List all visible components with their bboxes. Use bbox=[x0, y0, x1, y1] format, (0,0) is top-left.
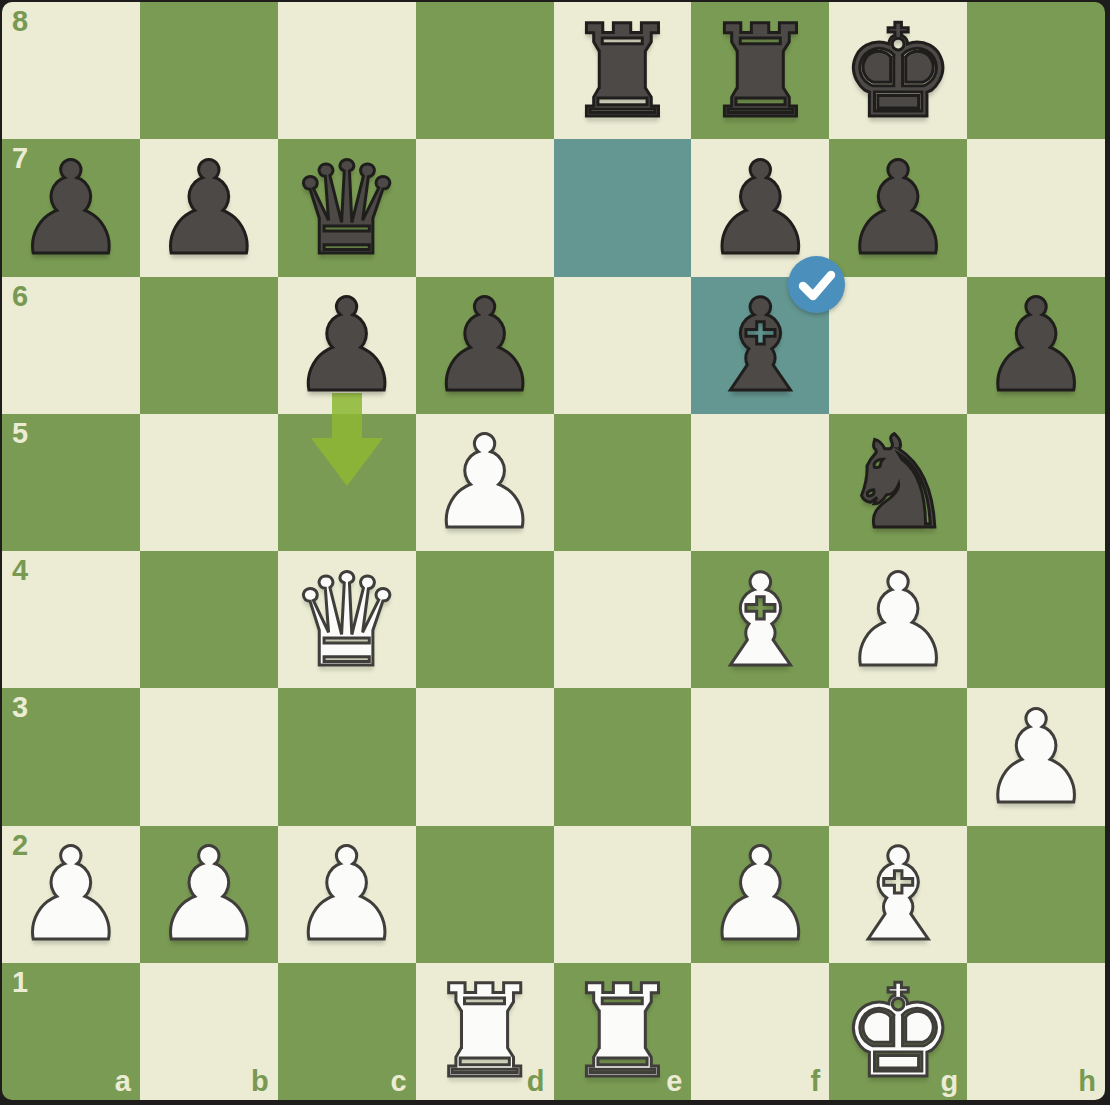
square-e6[interactable] bbox=[554, 277, 692, 414]
piece-black-pawn-a7[interactable]: ♟ bbox=[2, 140, 140, 277]
square-d7[interactable] bbox=[416, 139, 554, 276]
square-f3[interactable] bbox=[691, 688, 829, 825]
rank-label-3: 3 bbox=[12, 693, 28, 722]
rank-label-5: 5 bbox=[12, 419, 28, 448]
square-c5[interactable] bbox=[278, 414, 416, 551]
square-e8[interactable]: ♜ bbox=[554, 2, 692, 139]
square-c3[interactable] bbox=[278, 688, 416, 825]
square-g6[interactable] bbox=[829, 277, 967, 414]
piece-black-knight-g5[interactable]: ♞ bbox=[829, 415, 967, 552]
square-a1[interactable]: 1a bbox=[2, 963, 140, 1100]
square-h4[interactable] bbox=[967, 551, 1105, 688]
piece-black-pawn-f7[interactable]: ♟ bbox=[691, 140, 829, 277]
square-e5[interactable] bbox=[554, 414, 692, 551]
square-g5[interactable]: ♞ bbox=[829, 414, 967, 551]
square-a6[interactable]: 6 bbox=[2, 277, 140, 414]
square-e1[interactable]: e♜ bbox=[554, 963, 692, 1100]
piece-black-pawn-c6[interactable]: ♟ bbox=[278, 278, 416, 415]
piece-black-pawn-h6[interactable]: ♟ bbox=[967, 278, 1105, 415]
square-g8[interactable]: ♚ bbox=[829, 2, 967, 139]
chess-board: 8♜♜♚7♟♟♛♟♟6♟♟♝♟5♟♞4♛♝♟3♟2♟♟♟♟♝1abcd♜e♜fg… bbox=[2, 2, 1105, 1100]
file-label-a: a bbox=[115, 1067, 131, 1096]
piece-white-queen-c4[interactable]: ♛ bbox=[278, 552, 416, 689]
square-f2[interactable]: ♟ bbox=[691, 826, 829, 963]
square-g4[interactable]: ♟ bbox=[829, 551, 967, 688]
piece-white-rook-e1[interactable]: ♜ bbox=[554, 964, 692, 1100]
square-a4[interactable]: 4 bbox=[2, 551, 140, 688]
square-h6[interactable]: ♟ bbox=[967, 277, 1105, 414]
square-c7[interactable]: ♛ bbox=[278, 139, 416, 276]
square-b4[interactable] bbox=[140, 551, 278, 688]
square-e4[interactable] bbox=[554, 551, 692, 688]
square-d3[interactable] bbox=[416, 688, 554, 825]
square-d6[interactable]: ♟ bbox=[416, 277, 554, 414]
square-h2[interactable] bbox=[967, 826, 1105, 963]
piece-white-pawn-c2[interactable]: ♟ bbox=[278, 827, 416, 964]
piece-black-king-g8[interactable]: ♚ bbox=[829, 3, 967, 140]
piece-white-rook-d1[interactable]: ♜ bbox=[416, 964, 554, 1100]
square-e7[interactable] bbox=[554, 139, 692, 276]
square-c4[interactable]: ♛ bbox=[278, 551, 416, 688]
rank-label-1: 1 bbox=[12, 968, 28, 997]
square-a5[interactable]: 5 bbox=[2, 414, 140, 551]
square-a8[interactable]: 8 bbox=[2, 2, 140, 139]
square-b2[interactable]: ♟ bbox=[140, 826, 278, 963]
piece-white-pawn-a2[interactable]: ♟ bbox=[2, 827, 140, 964]
piece-white-king-g1[interactable]: ♚ bbox=[829, 964, 967, 1100]
piece-white-pawn-b2[interactable]: ♟ bbox=[140, 827, 278, 964]
piece-black-rook-f8[interactable]: ♜ bbox=[691, 3, 829, 140]
piece-black-pawn-d6[interactable]: ♟ bbox=[416, 278, 554, 415]
file-label-f: f bbox=[811, 1067, 821, 1096]
square-e3[interactable] bbox=[554, 688, 692, 825]
square-h3[interactable]: ♟ bbox=[967, 688, 1105, 825]
square-c6[interactable]: ♟ bbox=[278, 277, 416, 414]
piece-white-pawn-d5[interactable]: ♟ bbox=[416, 415, 554, 552]
piece-white-pawn-h3[interactable]: ♟ bbox=[967, 689, 1105, 826]
piece-white-bishop-g2[interactable]: ♝ bbox=[829, 827, 967, 964]
square-b6[interactable] bbox=[140, 277, 278, 414]
piece-white-pawn-f2[interactable]: ♟ bbox=[691, 827, 829, 964]
rank-label-6: 6 bbox=[12, 282, 28, 311]
rank-label-4: 4 bbox=[12, 556, 28, 585]
square-f6[interactable]: ♝ bbox=[691, 277, 829, 414]
rank-label-8: 8 bbox=[12, 7, 28, 36]
square-a7[interactable]: 7♟ bbox=[2, 139, 140, 276]
chess-app-stage: 8♜♜♚7♟♟♛♟♟6♟♟♝♟5♟♞4♛♝♟3♟2♟♟♟♟♝1abcd♜e♜fg… bbox=[0, 0, 1110, 1105]
square-d4[interactable] bbox=[416, 551, 554, 688]
square-h7[interactable] bbox=[967, 139, 1105, 276]
square-h1[interactable]: h bbox=[967, 963, 1105, 1100]
file-label-h: h bbox=[1078, 1067, 1096, 1096]
piece-white-bishop-f4[interactable]: ♝ bbox=[691, 552, 829, 689]
square-f1[interactable]: f bbox=[691, 963, 829, 1100]
square-b1[interactable]: b bbox=[140, 963, 278, 1100]
piece-black-pawn-g7[interactable]: ♟ bbox=[829, 140, 967, 277]
square-b5[interactable] bbox=[140, 414, 278, 551]
square-g1[interactable]: g♚ bbox=[829, 963, 967, 1100]
square-d8[interactable] bbox=[416, 2, 554, 139]
piece-white-pawn-g4[interactable]: ♟ bbox=[829, 552, 967, 689]
square-f4[interactable]: ♝ bbox=[691, 551, 829, 688]
square-e2[interactable] bbox=[554, 826, 692, 963]
square-f5[interactable] bbox=[691, 414, 829, 551]
square-d2[interactable] bbox=[416, 826, 554, 963]
square-f7[interactable]: ♟ bbox=[691, 139, 829, 276]
square-b3[interactable] bbox=[140, 688, 278, 825]
square-b7[interactable]: ♟ bbox=[140, 139, 278, 276]
square-c2[interactable]: ♟ bbox=[278, 826, 416, 963]
square-a2[interactable]: 2♟ bbox=[2, 826, 140, 963]
square-f8[interactable]: ♜ bbox=[691, 2, 829, 139]
file-label-b: b bbox=[251, 1067, 269, 1096]
square-h5[interactable] bbox=[967, 414, 1105, 551]
square-h8[interactable] bbox=[967, 2, 1105, 139]
square-d1[interactable]: d♜ bbox=[416, 963, 554, 1100]
square-d5[interactable]: ♟ bbox=[416, 414, 554, 551]
square-g7[interactable]: ♟ bbox=[829, 139, 967, 276]
piece-black-queen-c7[interactable]: ♛ bbox=[278, 140, 416, 277]
file-label-c: c bbox=[390, 1067, 406, 1096]
square-a3[interactable]: 3 bbox=[2, 688, 140, 825]
piece-black-rook-e8[interactable]: ♜ bbox=[554, 3, 692, 140]
piece-black-pawn-b7[interactable]: ♟ bbox=[140, 140, 278, 277]
square-g3[interactable] bbox=[829, 688, 967, 825]
square-b8[interactable] bbox=[140, 2, 278, 139]
square-c1[interactable]: c bbox=[278, 963, 416, 1100]
square-g2[interactable]: ♝ bbox=[829, 826, 967, 963]
piece-black-bishop-f6[interactable]: ♝ bbox=[691, 278, 829, 415]
square-c8[interactable] bbox=[278, 2, 416, 139]
